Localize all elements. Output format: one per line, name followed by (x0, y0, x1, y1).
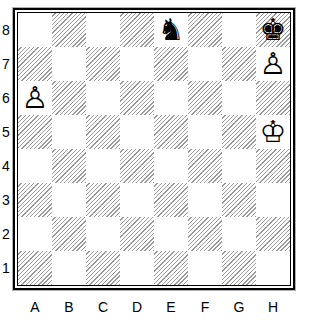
square-g4 (222, 149, 256, 183)
rank-label-6: 6 (0, 81, 12, 115)
square-e3 (154, 183, 188, 217)
rank-label-5: 5 (0, 115, 12, 149)
chess-board: ♞♚♙♙♔ (13, 8, 295, 290)
square-f5 (188, 115, 222, 149)
square-f3 (188, 183, 222, 217)
file-label-c: C (86, 299, 120, 315)
square-g6 (222, 81, 256, 115)
square-a4 (18, 149, 52, 183)
square-h2 (256, 217, 290, 251)
square-d8 (120, 13, 154, 47)
file-label-e: E (154, 299, 188, 315)
rank-label-7: 7 (0, 47, 12, 81)
square-e1 (154, 251, 188, 285)
square-f4 (188, 149, 222, 183)
white-king-piece: ♔ (260, 115, 287, 149)
square-b4 (52, 149, 86, 183)
square-g1 (222, 251, 256, 285)
square-d1 (120, 251, 154, 285)
black-king-piece: ♚ (260, 13, 287, 47)
white-pawn-piece: ♙ (22, 81, 49, 115)
rank-label-8: 8 (0, 13, 12, 47)
square-d5 (120, 115, 154, 149)
square-a2 (18, 217, 52, 251)
square-f7 (188, 47, 222, 81)
square-b6 (52, 81, 86, 115)
square-b8 (52, 13, 86, 47)
square-c6 (86, 81, 120, 115)
square-d4 (120, 149, 154, 183)
rank-label-1: 1 (0, 251, 12, 285)
board-grid: ♞♚♙♙♔ (17, 12, 291, 286)
square-h7: ♙ (256, 47, 290, 81)
black-knight-piece: ♞ (158, 13, 185, 47)
square-d2 (120, 217, 154, 251)
square-e6 (154, 81, 188, 115)
square-h4 (256, 149, 290, 183)
square-b5 (52, 115, 86, 149)
rank-label-4: 4 (0, 149, 12, 183)
square-f6 (188, 81, 222, 115)
square-a1 (18, 251, 52, 285)
file-label-g: G (222, 299, 256, 315)
square-c4 (86, 149, 120, 183)
file-labels: ABCDEFGH (18, 299, 290, 315)
square-g5 (222, 115, 256, 149)
file-label-b: B (52, 299, 86, 315)
square-c7 (86, 47, 120, 81)
square-a7 (18, 47, 52, 81)
square-g8 (222, 13, 256, 47)
square-f8 (188, 13, 222, 47)
square-g2 (222, 217, 256, 251)
square-h1 (256, 251, 290, 285)
square-c1 (86, 251, 120, 285)
rank-labels: 87654321 (0, 13, 12, 285)
square-e4 (154, 149, 188, 183)
square-b2 (52, 217, 86, 251)
file-label-h: H (256, 299, 290, 315)
square-e8: ♞ (154, 13, 188, 47)
square-h3 (256, 183, 290, 217)
square-h6 (256, 81, 290, 115)
file-label-a: A (18, 299, 52, 315)
square-g3 (222, 183, 256, 217)
square-e7 (154, 47, 188, 81)
square-a8 (18, 13, 52, 47)
square-c3 (86, 183, 120, 217)
square-a6: ♙ (18, 81, 52, 115)
square-d3 (120, 183, 154, 217)
file-label-f: F (188, 299, 222, 315)
square-c8 (86, 13, 120, 47)
rank-label-3: 3 (0, 183, 12, 217)
white-pawn-piece: ♙ (260, 47, 287, 81)
square-h8: ♚ (256, 13, 290, 47)
square-b1 (52, 251, 86, 285)
square-f1 (188, 251, 222, 285)
square-g7 (222, 47, 256, 81)
square-f2 (188, 217, 222, 251)
square-d7 (120, 47, 154, 81)
square-b7 (52, 47, 86, 81)
square-a3 (18, 183, 52, 217)
square-h5: ♔ (256, 115, 290, 149)
square-c5 (86, 115, 120, 149)
square-a5 (18, 115, 52, 149)
square-e2 (154, 217, 188, 251)
square-e5 (154, 115, 188, 149)
file-label-d: D (120, 299, 154, 315)
square-d6 (120, 81, 154, 115)
square-c2 (86, 217, 120, 251)
rank-label-2: 2 (0, 217, 12, 251)
chess-diagram: 87654321 ♞♚♙♙♔ ABCDEFGH (0, 0, 314, 320)
square-b3 (52, 183, 86, 217)
